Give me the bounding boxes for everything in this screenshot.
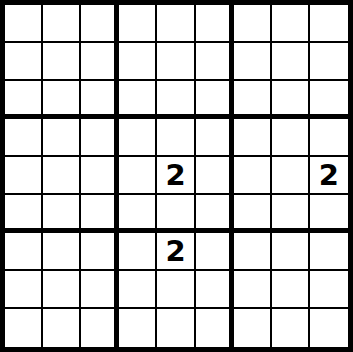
cell-r2c2[interactable] (43, 43, 81, 81)
cell-r1c1[interactable] (5, 5, 43, 43)
cell-r1c9[interactable] (310, 5, 348, 43)
cell-r9c8[interactable] (272, 309, 310, 347)
cell-r9c7[interactable] (234, 309, 272, 347)
cell-r8c7[interactable] (234, 271, 272, 309)
cell-r4c8[interactable] (272, 119, 310, 157)
cell-r7c2[interactable] (43, 233, 81, 271)
cell-r8c4[interactable] (119, 271, 157, 309)
cell-r4c9[interactable] (310, 119, 348, 157)
cell-r6c8[interactable] (272, 195, 310, 233)
cell-r5c8[interactable] (272, 157, 310, 195)
cell-r6c5[interactable] (157, 195, 195, 233)
cell-r1c8[interactable] (272, 5, 310, 43)
cell-r2c5[interactable] (157, 43, 195, 81)
cell-r7c4[interactable] (119, 233, 157, 271)
cell-r2c7[interactable] (234, 43, 272, 81)
cell-r4c5[interactable] (157, 119, 195, 157)
cell-r5c5[interactable]: 2 (157, 157, 195, 195)
given-digit: 2 (319, 161, 339, 190)
cell-r4c1[interactable] (5, 119, 43, 157)
cell-r1c2[interactable] (43, 5, 81, 43)
cell-r5c6[interactable] (196, 157, 234, 195)
cell-r2c1[interactable] (5, 43, 43, 81)
cell-r4c3[interactable] (81, 119, 119, 157)
cell-r5c9[interactable]: 2 (310, 157, 348, 195)
given-digit: 2 (165, 161, 185, 190)
cell-r7c1[interactable] (5, 233, 43, 271)
cell-r6c1[interactable] (5, 195, 43, 233)
cell-r3c2[interactable] (43, 81, 81, 119)
cell-r7c6[interactable] (196, 233, 234, 271)
cell-r8c5[interactable] (157, 271, 195, 309)
cell-r6c3[interactable] (81, 195, 119, 233)
cell-r1c4[interactable] (119, 5, 157, 43)
cell-r5c3[interactable] (81, 157, 119, 195)
cell-r8c2[interactable] (43, 271, 81, 309)
sudoku-board: 222 (0, 0, 353, 352)
cell-r8c9[interactable] (310, 271, 348, 309)
cell-r3c5[interactable] (157, 81, 195, 119)
cell-r1c3[interactable] (81, 5, 119, 43)
cell-r8c1[interactable] (5, 271, 43, 309)
cell-r3c1[interactable] (5, 81, 43, 119)
cell-r3c3[interactable] (81, 81, 119, 119)
cell-r2c4[interactable] (119, 43, 157, 81)
cell-r2c8[interactable] (272, 43, 310, 81)
cell-r4c4[interactable] (119, 119, 157, 157)
cell-r1c5[interactable] (157, 5, 195, 43)
cell-r7c3[interactable] (81, 233, 119, 271)
cell-r9c9[interactable] (310, 309, 348, 347)
cell-r2c3[interactable] (81, 43, 119, 81)
cell-r9c1[interactable] (5, 309, 43, 347)
cell-r7c8[interactable] (272, 233, 310, 271)
cell-r6c9[interactable] (310, 195, 348, 233)
cell-r9c2[interactable] (43, 309, 81, 347)
cell-r1c6[interactable] (196, 5, 234, 43)
cell-r4c2[interactable] (43, 119, 81, 157)
cell-r9c4[interactable] (119, 309, 157, 347)
cell-r7c7[interactable] (234, 233, 272, 271)
cell-r6c4[interactable] (119, 195, 157, 233)
cell-r9c6[interactable] (196, 309, 234, 347)
cell-r4c7[interactable] (234, 119, 272, 157)
cell-r8c3[interactable] (81, 271, 119, 309)
cell-r9c3[interactable] (81, 309, 119, 347)
cell-r2c9[interactable] (310, 43, 348, 81)
cell-r3c9[interactable] (310, 81, 348, 119)
cell-r8c8[interactable] (272, 271, 310, 309)
cell-r3c7[interactable] (234, 81, 272, 119)
cell-r7c9[interactable] (310, 233, 348, 271)
cell-r5c1[interactable] (5, 157, 43, 195)
cell-r5c7[interactable] (234, 157, 272, 195)
cell-r1c7[interactable] (234, 5, 272, 43)
given-digit: 2 (165, 237, 185, 266)
cell-r7c5[interactable]: 2 (157, 233, 195, 271)
cell-r3c8[interactable] (272, 81, 310, 119)
cell-r9c5[interactable] (157, 309, 195, 347)
cell-r3c6[interactable] (196, 81, 234, 119)
cell-r3c4[interactable] (119, 81, 157, 119)
cell-r5c2[interactable] (43, 157, 81, 195)
cell-r4c6[interactable] (196, 119, 234, 157)
cell-r5c4[interactable] (119, 157, 157, 195)
cell-r8c6[interactable] (196, 271, 234, 309)
cell-r6c2[interactable] (43, 195, 81, 233)
cell-r6c6[interactable] (196, 195, 234, 233)
cell-r6c7[interactable] (234, 195, 272, 233)
cell-r2c6[interactable] (196, 43, 234, 81)
